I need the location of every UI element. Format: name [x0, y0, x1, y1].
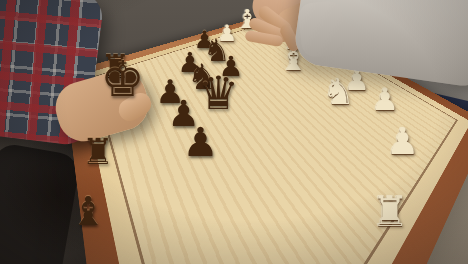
- piece-white-pawn-b2[interactable]: ♟: [371, 84, 399, 115]
- piece-white-knight-c3[interactable]: ♞: [322, 74, 354, 110]
- captured-white-rook-right-rail[interactable]: ♜: [371, 191, 409, 233]
- captured-black-rook-left-rail[interactable]: ♜: [82, 134, 114, 170]
- piece-black-queen-e6[interactable]: ♛: [198, 70, 239, 116]
- piece-black-pawn-d7[interactable]: ♟: [182, 122, 218, 162]
- right-player-cuff: [297, 0, 346, 58]
- captured-black-bishop-left-rail[interactable]: ♝: [70, 191, 106, 231]
- chess-scene: ♚♛♝♝♞♟♟♟♟♟♟♚♜♛♞♞♟♟♟♟♟♟♜♝♜: [0, 0, 468, 264]
- piece-white-pawn-a3[interactable]: ♟: [386, 123, 419, 160]
- piece-black-king-g8[interactable]: ♚: [101, 55, 145, 104]
